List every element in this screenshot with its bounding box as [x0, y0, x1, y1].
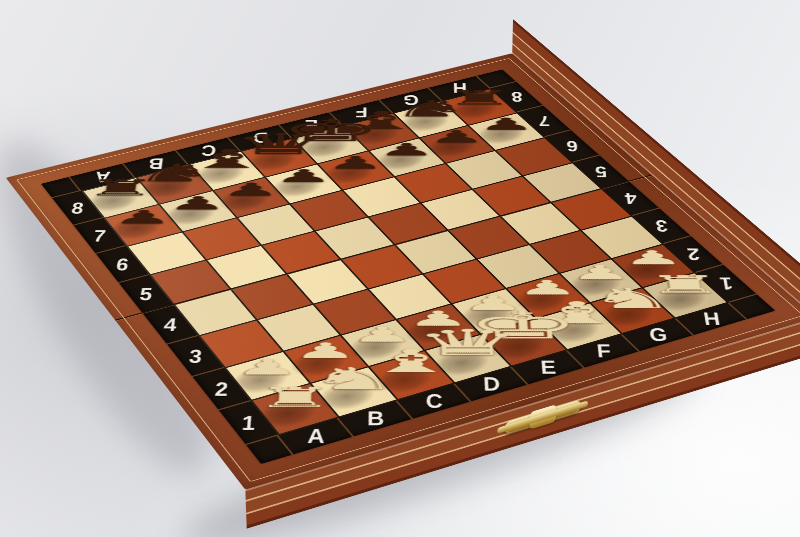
square-d2[interactable]: [397, 304, 479, 349]
shadow-white-pawn-c2: [340, 329, 411, 366]
studio-backdrop: AA11BB22CC33DD44EE55FF66GG77HH88 ♜♞♝♚♛♝♞…: [0, 0, 800, 537]
square-c2[interactable]: [341, 320, 423, 366]
shadow-white-bishop-c1: [368, 361, 441, 399]
rank-label-left-6: 6: [109, 255, 137, 274]
shadow-white-king-e1: [482, 328, 554, 365]
shadow-white-pawn-f2: [507, 282, 577, 317]
square-b3[interactable]: [258, 305, 339, 350]
file-label-front-f: F: [590, 340, 618, 361]
rank-label-right-4: 4: [618, 190, 644, 208]
shadow-white-pawn-d2: [397, 313, 468, 349]
shadow-white-knight-g1: [592, 297, 663, 332]
shadow-white-rook-a1: [251, 394, 324, 433]
rank-label-right-5: 5: [588, 163, 614, 180]
rank-label-left-5: 5: [132, 284, 160, 304]
rank-label-left-7: 7: [86, 226, 113, 245]
file-label-front-g: G: [644, 324, 673, 345]
square-b1[interactable]: [312, 368, 396, 417]
square-a3[interactable]: [200, 321, 281, 367]
square-a4[interactable]: [175, 290, 255, 335]
square-d3[interactable]: [369, 275, 449, 319]
square-d1[interactable]: [426, 335, 510, 382]
file-label-front-b: B: [362, 407, 389, 430]
file-label-front-d: D: [478, 373, 505, 395]
shadow-white-bishop-f1: [537, 312, 608, 348]
square-e3[interactable]: [424, 260, 504, 303]
square-a5[interactable]: [151, 261, 229, 304]
rank-label-left-1: 1: [234, 412, 263, 435]
square-b5[interactable]: [207, 246, 285, 289]
shadow-white-pawn-a2: [224, 361, 296, 399]
square-c3[interactable]: [314, 290, 395, 335]
rank-label-left-3: 3: [181, 346, 209, 367]
square-a1[interactable]: [253, 384, 337, 434]
square-b2[interactable]: [284, 336, 367, 383]
square-c1[interactable]: [369, 351, 453, 399]
chess-board: AA11BB22CC33DD44EE55FF66GG77HH88 ♜♞♝♚♛♝♞…: [6, 53, 800, 489]
rank-label-right-6: 6: [560, 138, 585, 155]
rank-label-left-4: 4: [156, 314, 184, 335]
black-pawn-glyph: ♟: [77, 208, 209, 226]
scene: AA11BB22CC33DD44EE55FF66GG77HH88 ♜♞♝♚♛♝♞…: [0, 0, 800, 537]
square-a2[interactable]: [226, 352, 309, 400]
file-label-front-c: C: [421, 390, 448, 412]
file-label-front-e: E: [534, 356, 562, 378]
shadow-white-knight-b1: [310, 377, 383, 416]
square-c4[interactable]: [288, 260, 367, 303]
rank-label-right-3: 3: [648, 217, 675, 235]
shadow-white-pawn-b2: [282, 345, 354, 382]
square-e1[interactable]: [482, 319, 565, 365]
square-b4[interactable]: [232, 275, 311, 319]
file-label-front-a: A: [302, 424, 330, 447]
square-f1[interactable]: [537, 304, 620, 349]
square-h1[interactable]: [644, 273, 727, 317]
square-d4[interactable]: [342, 246, 421, 289]
square-e2[interactable]: [453, 289, 535, 334]
file-label-front-h: H: [697, 308, 726, 328]
shadow-white-queen-d1: [426, 344, 498, 381]
rank-label-left-2: 2: [207, 378, 235, 400]
